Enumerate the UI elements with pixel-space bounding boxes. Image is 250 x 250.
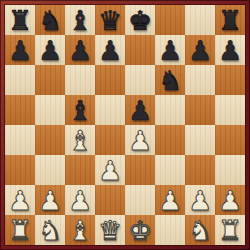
black-bishop: ♝ [65,95,95,125]
square-b5[interactable] [35,95,65,125]
white-pawn: ♟ [185,185,215,215]
square-g2[interactable]: ♟ [185,185,215,215]
black-pawn: ♟ [215,35,245,65]
square-h8[interactable]: ♜ [215,5,245,35]
square-b7[interactable]: ♟ [35,35,65,65]
white-pawn: ♟ [65,185,95,215]
black-pawn: ♟ [35,35,65,65]
square-f8[interactable] [155,5,185,35]
white-queen: ♛ [95,215,125,245]
square-g8[interactable] [185,5,215,35]
square-d1[interactable]: ♛ [95,215,125,245]
chess-board: ♜♞♝♛♚♜♟♟♟♟♟♟♟♞♝♟♝♟♟♟♟♟♟♟♟♜♞♝♛♚♞♜ [5,5,245,245]
square-g3[interactable] [185,155,215,185]
square-b1[interactable]: ♞ [35,215,65,245]
square-d5[interactable] [95,95,125,125]
square-g7[interactable]: ♟ [185,35,215,65]
square-f3[interactable] [155,155,185,185]
square-b4[interactable] [35,125,65,155]
square-g5[interactable] [185,95,215,125]
square-a7[interactable]: ♟ [5,35,35,65]
square-h5[interactable] [215,95,245,125]
black-pawn: ♟ [125,95,155,125]
square-a3[interactable] [5,155,35,185]
white-pawn: ♟ [5,185,35,215]
square-a6[interactable] [5,65,35,95]
square-c7[interactable]: ♟ [65,35,95,65]
square-h7[interactable]: ♟ [215,35,245,65]
black-pawn: ♟ [5,35,35,65]
square-e5[interactable]: ♟ [125,95,155,125]
square-h4[interactable] [215,125,245,155]
square-a4[interactable] [5,125,35,155]
square-e2[interactable] [125,185,155,215]
square-d2[interactable] [95,185,125,215]
square-c8[interactable]: ♝ [65,5,95,35]
black-pawn: ♟ [65,35,95,65]
square-h2[interactable]: ♟ [215,185,245,215]
white-pawn: ♟ [95,155,125,185]
square-b6[interactable] [35,65,65,95]
square-b3[interactable] [35,155,65,185]
square-d6[interactable] [95,65,125,95]
square-e8[interactable]: ♚ [125,5,155,35]
square-c3[interactable] [65,155,95,185]
black-king: ♚ [125,5,155,35]
black-rook: ♜ [5,5,35,35]
square-f7[interactable]: ♟ [155,35,185,65]
square-c4[interactable]: ♝ [65,125,95,155]
white-pawn: ♟ [215,185,245,215]
white-rook: ♜ [215,215,245,245]
black-knight: ♞ [155,65,185,95]
square-d8[interactable]: ♛ [95,5,125,35]
white-knight: ♞ [185,215,215,245]
white-knight: ♞ [35,215,65,245]
square-e3[interactable] [125,155,155,185]
square-a2[interactable]: ♟ [5,185,35,215]
square-h6[interactable] [215,65,245,95]
square-g4[interactable] [185,125,215,155]
black-pawn: ♟ [155,35,185,65]
square-d3[interactable]: ♟ [95,155,125,185]
square-b2[interactable]: ♟ [35,185,65,215]
black-pawn: ♟ [95,35,125,65]
square-f4[interactable] [155,125,185,155]
square-f5[interactable] [155,95,185,125]
square-e7[interactable] [125,35,155,65]
square-d4[interactable] [95,125,125,155]
square-c6[interactable] [65,65,95,95]
square-c5[interactable]: ♝ [65,95,95,125]
black-queen: ♛ [95,5,125,35]
square-g1[interactable]: ♞ [185,215,215,245]
square-a1[interactable]: ♜ [5,215,35,245]
square-e6[interactable] [125,65,155,95]
square-h3[interactable] [215,155,245,185]
square-d7[interactable]: ♟ [95,35,125,65]
white-bishop: ♝ [65,125,95,155]
square-c2[interactable]: ♟ [65,185,95,215]
square-e4[interactable]: ♟ [125,125,155,155]
square-c1[interactable]: ♝ [65,215,95,245]
white-pawn: ♟ [155,185,185,215]
square-f2[interactable]: ♟ [155,185,185,215]
square-g6[interactable] [185,65,215,95]
square-h1[interactable]: ♜ [215,215,245,245]
white-bishop: ♝ [65,215,95,245]
white-pawn: ♟ [35,185,65,215]
square-f1[interactable] [155,215,185,245]
black-rook: ♜ [215,5,245,35]
black-knight: ♞ [35,5,65,35]
square-e1[interactable]: ♚ [125,215,155,245]
white-king: ♚ [125,215,155,245]
white-pawn: ♟ [125,125,155,155]
black-pawn: ♟ [185,35,215,65]
square-f6[interactable]: ♞ [155,65,185,95]
white-rook: ♜ [5,215,35,245]
chess-board-frame: ♜♞♝♛♚♜♟♟♟♟♟♟♟♞♝♟♝♟♟♟♟♟♟♟♟♜♞♝♛♚♞♜ [0,0,250,250]
square-a8[interactable]: ♜ [5,5,35,35]
square-b8[interactable]: ♞ [35,5,65,35]
black-bishop: ♝ [65,5,95,35]
square-a5[interactable] [5,95,35,125]
